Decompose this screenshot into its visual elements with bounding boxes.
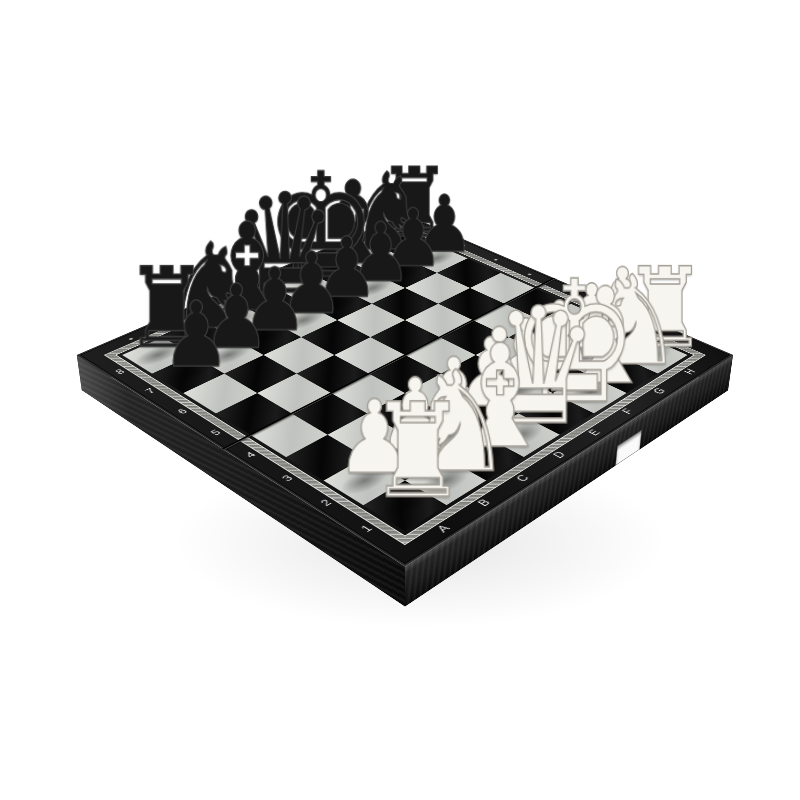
frame-dot (243, 288, 248, 290)
rank-label-6: 6 (176, 407, 190, 415)
rank-label-4: 4 (244, 451, 258, 460)
file-label-f: F (620, 407, 635, 415)
frame-dot (278, 273, 283, 275)
frame-dot (676, 338, 682, 341)
frame-dot (637, 320, 642, 323)
rank-label-7: 7 (144, 387, 157, 394)
rank-label-5: 5 (209, 429, 223, 437)
file-label-c: C (514, 473, 531, 483)
rank-label-3: 3 (280, 474, 295, 483)
frame-dot (128, 338, 134, 341)
frame-dot (493, 259, 498, 261)
frame-dot (599, 304, 604, 307)
rank-label-8: 8 (114, 368, 127, 375)
frame-dot (562, 288, 567, 290)
frame-dot (168, 320, 173, 323)
frame-dot (375, 231, 380, 233)
clasp-notch (616, 430, 642, 466)
file-label-b: B (476, 498, 493, 508)
frame-dot (527, 273, 532, 275)
file-label-g: G (651, 387, 667, 395)
frame-dot (430, 231, 435, 233)
rank-label-2: 2 (318, 498, 333, 507)
file-label-a: A (435, 523, 452, 534)
file-label-e: E (586, 428, 602, 437)
frame-dot (206, 304, 211, 307)
frame-dot (312, 259, 317, 261)
frame-dot (344, 245, 349, 247)
file-label-h: H (682, 368, 697, 376)
frame-dot (461, 245, 466, 247)
file-label-d: D (551, 450, 568, 459)
rank-label-1: 1 (359, 524, 375, 534)
